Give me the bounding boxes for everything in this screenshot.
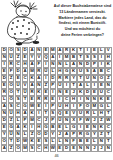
grid-cell[interactable]: I	[63, 82, 69, 89]
grid-cell[interactable]: S	[15, 47, 21, 54]
grid-cell[interactable]: I	[29, 124, 35, 131]
grid-cell[interactable]: C	[105, 68, 111, 75]
grid-cell[interactable]: Y	[70, 75, 76, 82]
grid-cell[interactable]: O	[8, 47, 14, 54]
grid-cell[interactable]: E	[1, 68, 7, 75]
grid-cell[interactable]: Z	[15, 54, 21, 61]
grid-cell[interactable]: D	[43, 131, 49, 138]
grid-cell[interactable]: Q	[57, 110, 63, 117]
grid-cell[interactable]: I	[91, 82, 97, 89]
grid-cell[interactable]: G	[70, 124, 76, 131]
grid-cell[interactable]: P	[50, 82, 56, 89]
grid-cell[interactable]: V	[22, 82, 28, 89]
grid-cell[interactable]: N	[77, 145, 83, 152]
grid-cell[interactable]: M	[29, 68, 35, 75]
grid-cell[interactable]: P	[91, 61, 97, 68]
grid-cell[interactable]: N	[77, 61, 83, 68]
grid-cell[interactable]: S	[8, 103, 14, 110]
grid-cell[interactable]: I	[98, 54, 104, 61]
grid-cell[interactable]: O	[84, 103, 90, 110]
grid-cell[interactable]: K	[70, 68, 76, 75]
grid-cell[interactable]: U	[84, 75, 90, 82]
grid-cell[interactable]: H	[57, 68, 63, 75]
grid-cell[interactable]: E	[22, 54, 28, 61]
grid-cell[interactable]: N	[91, 96, 97, 103]
grid-cell[interactable]: H	[63, 103, 69, 110]
grid-cell[interactable]: J	[91, 117, 97, 124]
grid-cell[interactable]: K	[22, 124, 28, 131]
grid-cell[interactable]: I	[43, 75, 49, 82]
grid-cell[interactable]: Ü	[43, 68, 49, 75]
grid-cell[interactable]: Ü	[22, 89, 28, 96]
grid-cell[interactable]: A	[1, 103, 7, 110]
grid-cell[interactable]: A	[57, 47, 63, 54]
grid-cell[interactable]: A	[50, 54, 56, 61]
grid-cell[interactable]: E	[50, 96, 56, 103]
grid-cell[interactable]: I	[70, 103, 76, 110]
grid-cell[interactable]: N	[63, 117, 69, 124]
grid-cell[interactable]: T	[15, 89, 21, 96]
grid-cell[interactable]: E	[105, 96, 111, 103]
grid-cell[interactable]: Z	[8, 145, 14, 152]
grid-cell[interactable]: Y	[50, 131, 56, 138]
grid-cell[interactable]: A	[29, 82, 35, 89]
grid-cell[interactable]: S	[84, 68, 90, 75]
grid-cell[interactable]: K	[36, 89, 42, 96]
grid-cell[interactable]: I	[36, 110, 42, 117]
grid-cell[interactable]: N	[105, 145, 111, 152]
grid-cell[interactable]: W	[29, 103, 35, 110]
grid-cell[interactable]: U	[98, 89, 104, 96]
page-header: Auf dieser Buchstabenwiese sind 13 Lände…	[0, 0, 113, 46]
grid-cell[interactable]: C	[15, 61, 21, 68]
grid-cell[interactable]: R	[36, 68, 42, 75]
grid-cell[interactable]: D	[1, 75, 7, 82]
grid-cell[interactable]: E	[43, 47, 49, 54]
grid-cell[interactable]: J	[43, 117, 49, 124]
grid-cell[interactable]: J	[70, 89, 76, 96]
grid-cell[interactable]: E	[91, 47, 97, 54]
grid-cell[interactable]: E	[98, 82, 104, 89]
grid-cell[interactable]: U	[57, 103, 63, 110]
grid-cell[interactable]: C	[63, 96, 69, 103]
grid-cell[interactable]: N	[63, 138, 69, 145]
grid-cell[interactable]: Z	[98, 131, 104, 138]
grid-cell[interactable]: M	[22, 145, 28, 152]
grid-cell[interactable]: E	[36, 138, 42, 145]
grid-cell[interactable]: N	[91, 124, 97, 131]
grid-cell[interactable]: N	[1, 54, 7, 61]
grid-cell[interactable]: D	[22, 47, 28, 54]
grid-cell[interactable]: R	[43, 96, 49, 103]
grid-cell[interactable]: F	[36, 61, 42, 68]
grid-cell[interactable]: N	[15, 131, 21, 138]
grid-cell[interactable]: L	[105, 103, 111, 110]
grid-cell[interactable]: A	[15, 124, 21, 131]
grid-cell[interactable]: U	[77, 68, 83, 75]
grid-cell[interactable]: H	[15, 110, 21, 117]
grid-cell[interactable]: A	[29, 61, 35, 68]
grid-cell[interactable]: H	[105, 54, 111, 61]
grid-cell[interactable]: D	[50, 75, 56, 82]
grid-cell[interactable]: I	[50, 89, 56, 96]
grid-cell[interactable]: A	[36, 75, 42, 82]
grid-cell[interactable]: J	[91, 145, 97, 152]
grid-cell[interactable]: E	[91, 89, 97, 96]
grid-cell[interactable]: K	[29, 110, 35, 117]
grid-cell[interactable]: Z	[98, 117, 104, 124]
grid-cell[interactable]: Y	[91, 131, 97, 138]
instruction-line: deine Ferien verbringen?	[53, 33, 112, 39]
grid-cell[interactable]: C	[22, 75, 28, 82]
grid-cell[interactable]: A	[1, 145, 7, 152]
grid-cell[interactable]: S	[50, 110, 56, 117]
grid-cell[interactable]: Ö	[8, 96, 14, 103]
grid-cell[interactable]: I	[43, 61, 49, 68]
grid-cell[interactable]: I	[1, 61, 7, 68]
grid-cell[interactable]: S	[43, 138, 49, 145]
grid-cell[interactable]: E	[1, 124, 7, 131]
grid-cell[interactable]: N	[57, 89, 63, 96]
grid-cell[interactable]: U	[15, 82, 21, 89]
grid-cell[interactable]: F	[8, 68, 14, 75]
grid-cell[interactable]: H	[98, 110, 104, 117]
grid-cell[interactable]: J	[57, 131, 63, 138]
grid-cell[interactable]: K	[77, 89, 83, 96]
grid-cell[interactable]: A	[70, 61, 76, 68]
grid-cell[interactable]: N	[50, 61, 56, 68]
grid-cell[interactable]: G	[43, 124, 49, 131]
grid-cell[interactable]: A	[63, 131, 69, 138]
grid-cell[interactable]: I	[84, 47, 90, 54]
grid-cell[interactable]: I	[57, 54, 63, 61]
grid-cell[interactable]: T	[43, 110, 49, 117]
grid-cell[interactable]: L	[91, 138, 97, 145]
grid-cell[interactable]: K	[29, 75, 35, 82]
grid-cell[interactable]: W	[22, 138, 28, 145]
grid-cell[interactable]: R	[77, 131, 83, 138]
grid-cell[interactable]: B	[70, 54, 76, 61]
grid-cell[interactable]: T	[105, 138, 111, 145]
grid-cell[interactable]: T	[22, 96, 28, 103]
grid-cell[interactable]: O	[8, 89, 14, 96]
grid-cell[interactable]: G	[98, 103, 104, 110]
grid-cell[interactable]: K	[105, 61, 111, 68]
grid-cell[interactable]: O	[1, 138, 7, 145]
grid-cell[interactable]: Z	[43, 82, 49, 89]
grid-cell[interactable]: R	[1, 89, 7, 96]
grid-cell[interactable]: I	[77, 96, 83, 103]
grid-cell[interactable]: N	[57, 61, 63, 68]
grid-cell[interactable]: T	[105, 110, 111, 117]
grid-cell[interactable]: J	[98, 145, 104, 152]
grid-cell[interactable]: E	[84, 124, 90, 131]
grid-cell[interactable]: V	[105, 47, 111, 54]
grid-cell[interactable]: X	[70, 117, 76, 124]
grid-cell[interactable]: D	[84, 89, 90, 96]
grid-cell[interactable]: E	[84, 138, 90, 145]
grid-cell[interactable]: C	[36, 145, 42, 152]
grid-cell[interactable]: R	[29, 89, 35, 96]
grid-cell[interactable]: R	[63, 47, 69, 54]
grid-cell[interactable]: Y	[29, 54, 35, 61]
puzzle-instructions: Auf dieser Buchstabenwiese sind 13 Lände…	[53, 0, 113, 46]
grid-cell[interactable]: L	[57, 138, 63, 145]
grid-cell[interactable]: U	[8, 54, 14, 61]
grid-cell[interactable]: D	[84, 61, 90, 68]
grid-cell[interactable]: G	[84, 131, 90, 138]
grid-cell[interactable]: H	[70, 96, 76, 103]
grid-cell[interactable]: C	[15, 103, 21, 110]
grid-cell[interactable]: O	[36, 131, 42, 138]
grid-cell[interactable]: S	[29, 145, 35, 152]
grid-cell[interactable]: Z	[8, 117, 14, 124]
grid-cell[interactable]: E	[70, 145, 76, 152]
grid-cell[interactable]: T	[70, 82, 76, 89]
grid-cell[interactable]: G	[8, 124, 14, 131]
grid-cell[interactable]: N	[84, 96, 90, 103]
grid-cell[interactable]: F	[77, 103, 83, 110]
grid-cell[interactable]: Y	[1, 131, 7, 138]
grid-cell[interactable]: M	[63, 54, 69, 61]
grid-cell[interactable]: B	[50, 124, 56, 131]
grid-cell[interactable]: I	[98, 61, 104, 68]
grid-cell[interactable]: Z	[8, 75, 14, 82]
grid-cell[interactable]: D	[1, 117, 7, 124]
grid-cell[interactable]: W	[84, 117, 90, 124]
grid-cell[interactable]: E	[43, 89, 49, 96]
grid-cell[interactable]: E	[15, 75, 21, 82]
grid-cell[interactable]: C	[105, 89, 111, 96]
grid-cell[interactable]: W	[50, 145, 56, 152]
grid-cell[interactable]: I	[43, 103, 49, 110]
grid-cell[interactable]: N	[91, 75, 97, 82]
grid-cell[interactable]: L	[84, 82, 90, 89]
grid-cell[interactable]: N	[84, 145, 90, 152]
puzzle-page: Auf dieser Buchstabenwiese sind 13 Lände…	[0, 0, 113, 160]
grid-cell[interactable]: E	[36, 103, 42, 110]
grid-cell[interactable]: E	[29, 96, 35, 103]
grid-cell[interactable]: L	[50, 68, 56, 75]
child-illustration	[0, 0, 53, 46]
grid-cell[interactable]: B	[77, 138, 83, 145]
grid-cell[interactable]: F	[70, 138, 76, 145]
grid-cell[interactable]: R	[8, 61, 14, 68]
grid-cell[interactable]: O	[15, 145, 21, 152]
grid-cell[interactable]: U	[8, 110, 14, 117]
grid-cell[interactable]: H	[43, 145, 49, 152]
grid-cell[interactable]: L	[91, 110, 97, 117]
grid-cell[interactable]: A	[77, 82, 83, 89]
grid-cell[interactable]: U	[77, 110, 83, 117]
grid-cell[interactable]: L	[98, 47, 104, 54]
grid-cell[interactable]: R	[84, 110, 90, 117]
grid-cell[interactable]: L	[63, 124, 69, 131]
grid-cell[interactable]: K	[98, 124, 104, 131]
grid-cell[interactable]: M	[29, 117, 35, 124]
grid-cell[interactable]: L	[1, 96, 7, 103]
grid-cell[interactable]: N	[98, 138, 104, 145]
grid-cell[interactable]: G	[22, 103, 28, 110]
grid-cell[interactable]: H	[36, 124, 42, 131]
grid-cell[interactable]: Z	[29, 131, 35, 138]
grid-cell[interactable]: V	[70, 110, 76, 117]
grid-cell[interactable]: E	[63, 89, 69, 96]
grid-cell[interactable]: T	[8, 138, 14, 145]
grid-cell[interactable]: R	[63, 75, 69, 82]
grid-cell[interactable]: C	[36, 117, 42, 124]
grid-cell[interactable]: O	[8, 82, 14, 89]
instruction-line: 13 Ländernamen versteckt.	[53, 10, 112, 16]
grid-cell[interactable]: P	[22, 117, 28, 124]
grid-cell[interactable]: T	[77, 54, 83, 61]
grid-cell[interactable]: L	[50, 138, 56, 145]
grid-cell[interactable]: Ä	[29, 47, 35, 54]
grid-cell[interactable]: L	[22, 131, 28, 138]
grid-cell[interactable]: P	[70, 131, 76, 138]
grid-cell[interactable]: R	[57, 75, 63, 82]
grid-cell[interactable]: A	[91, 68, 97, 75]
grid-cell[interactable]: S	[91, 54, 97, 61]
grid-cell[interactable]: V	[36, 54, 42, 61]
grid-cell[interactable]: Ü	[8, 131, 14, 138]
grid-cell[interactable]: N	[1, 110, 7, 117]
grid-cell[interactable]: L	[15, 117, 21, 124]
grid-cell[interactable]: Q	[43, 54, 49, 61]
grid-cell[interactable]: E	[63, 110, 69, 117]
grid-cell[interactable]: T	[77, 75, 83, 82]
grid-cell[interactable]: Z	[105, 75, 111, 82]
grid-cell[interactable]: S	[15, 96, 21, 103]
grid-cell[interactable]: E	[57, 145, 63, 152]
grid-cell[interactable]: P	[50, 117, 56, 124]
grid-cell[interactable]: M	[91, 103, 97, 110]
grid-cell[interactable]: P	[50, 103, 56, 110]
grid-cell[interactable]: R	[36, 96, 42, 103]
grid-cell[interactable]: D	[63, 145, 69, 152]
grid-cell[interactable]: S	[84, 54, 90, 61]
grid-cell[interactable]: F	[77, 117, 83, 124]
grid-cell[interactable]: Ä	[22, 110, 28, 117]
grid-cell[interactable]: B	[98, 68, 104, 75]
grid-cell[interactable]: E	[1, 82, 7, 89]
grid-cell[interactable]: G	[63, 68, 69, 75]
grid-cell[interactable]: T	[77, 47, 83, 54]
grid-cell[interactable]: L	[63, 61, 69, 68]
grid-cell[interactable]: K	[70, 47, 76, 54]
grid-cell[interactable]: N	[36, 82, 42, 89]
grid-cell[interactable]: T	[105, 131, 111, 138]
grid-cell[interactable]: E	[57, 124, 63, 131]
letter-grid: DOSDÄNEMARKTIELVNUZEYVQAIMBTSSIHIRCHAFIN…	[1, 47, 113, 152]
grid-cell[interactable]: A	[22, 68, 28, 75]
grid-cell[interactable]: Ü	[57, 82, 63, 89]
grid-cell[interactable]: D	[1, 47, 7, 54]
instruction-line: Auf dieser Buchstabenwiese sind	[53, 4, 112, 10]
grid-cell[interactable]: K	[29, 138, 35, 145]
grid-cell[interactable]: H	[22, 61, 28, 68]
grid-cell[interactable]: O	[98, 75, 104, 82]
grid-cell[interactable]: K	[98, 96, 104, 103]
grid-cell[interactable]: I	[77, 124, 83, 131]
grid-cell[interactable]: C	[105, 124, 111, 131]
grid-cell[interactable]: W	[105, 117, 111, 124]
page-number: 46	[0, 154, 113, 158]
grid-cell[interactable]: N	[36, 47, 42, 54]
grid-cell[interactable]: D	[15, 138, 21, 145]
grid-cell[interactable]: N	[105, 82, 111, 89]
grid-cell[interactable]: Ü	[57, 117, 63, 124]
grid-cell[interactable]: D	[15, 68, 21, 75]
grid-cell[interactable]: M	[50, 47, 56, 54]
grid-cell[interactable]: I	[57, 96, 63, 103]
